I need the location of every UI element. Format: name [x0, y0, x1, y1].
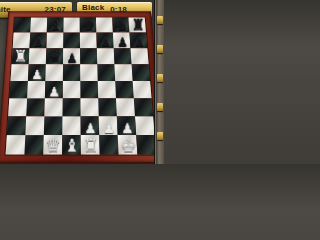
square-f4[interactable]	[98, 81, 116, 98]
square-a1[interactable]	[6, 135, 26, 154]
black-rook-h8[interactable]: ♜	[131, 17, 145, 33]
square-c3[interactable]	[44, 98, 62, 116]
square-e2[interactable]: ♟	[81, 116, 100, 135]
square-e3[interactable]	[80, 98, 98, 116]
square-e6[interactable]	[80, 48, 97, 64]
square-e1[interactable]: ♜	[81, 135, 100, 154]
black-pawn-g7[interactable]: ♟	[116, 36, 127, 48]
side-panel-button[interactable]	[157, 132, 163, 140]
square-b7[interactable]: ♟	[29, 33, 46, 49]
square-f6[interactable]	[97, 48, 115, 64]
square-d3[interactable]	[62, 98, 80, 116]
square-d5[interactable]	[63, 64, 80, 81]
square-g5[interactable]	[114, 64, 132, 81]
square-a6[interactable]: ♜	[12, 48, 30, 64]
side-panel-button[interactable]	[157, 74, 163, 82]
black-knight-g8[interactable]: ♞	[114, 17, 128, 33]
square-c8[interactable]: ♝	[47, 18, 64, 33]
square-h7[interactable]: ♟	[129, 33, 147, 49]
white-queen-c1[interactable]: ♛	[45, 137, 61, 155]
square-h5[interactable]	[132, 64, 151, 81]
square-f7[interactable]: ♟	[96, 33, 113, 49]
square-c5[interactable]	[45, 64, 63, 81]
white-pawn-e2[interactable]: ♟	[84, 121, 96, 135]
square-a8[interactable]	[14, 18, 31, 33]
square-a2[interactable]	[7, 116, 26, 135]
white-pawn-b5[interactable]: ♟	[31, 68, 43, 81]
square-e4[interactable]	[80, 81, 98, 98]
white-pawn-g2[interactable]: ♟	[121, 121, 133, 135]
square-h4[interactable]	[133, 81, 152, 98]
black-pawn-f7[interactable]: ♟	[100, 36, 111, 48]
board-frame: ♝♚♞♜♟♟♟♟♜♛♟♟♟♟♟♟♛♝♜♚	[0, 11, 164, 163]
black-pawn-b7[interactable]: ♟	[32, 36, 43, 48]
white-rook-e1[interactable]: ♜	[82, 137, 98, 155]
square-d2[interactable]	[62, 116, 80, 135]
black-pawn-h7[interactable]: ♟	[133, 36, 144, 48]
square-d8[interactable]	[63, 18, 80, 33]
side-panel-button[interactable]	[157, 103, 163, 111]
square-e8[interactable]: ♚	[80, 18, 97, 33]
white-king-g1[interactable]: ♚	[120, 137, 136, 155]
square-g6[interactable]	[114, 48, 132, 64]
square-g2[interactable]: ♟	[117, 116, 136, 135]
square-h8[interactable]: ♜	[128, 18, 146, 33]
square-e5[interactable]	[80, 64, 98, 81]
chess-board[interactable]: ♝♚♞♜♟♟♟♟♜♛♟♟♟♟♟♟♛♝♜♚	[6, 18, 157, 155]
square-b3[interactable]	[26, 98, 45, 116]
square-b5[interactable]: ♟	[28, 64, 46, 81]
square-b2[interactable]	[25, 116, 44, 135]
white-pawn-c4[interactable]: ♟	[48, 85, 60, 98]
square-c2[interactable]	[44, 116, 63, 135]
square-d1[interactable]: ♝	[62, 135, 81, 154]
square-g8[interactable]: ♞	[112, 18, 129, 33]
square-d4[interactable]	[63, 81, 81, 98]
board-tilt: ♝♚♞♜♟♟♟♟♜♛♟♟♟♟♟♟♛♝♜♚	[0, 11, 164, 163]
square-c4[interactable]: ♟	[45, 81, 63, 98]
black-king-e8[interactable]: ♚	[81, 17, 95, 33]
square-d7[interactable]	[63, 33, 80, 49]
square-h6[interactable]	[130, 48, 148, 64]
square-g3[interactable]	[116, 98, 135, 116]
square-f1[interactable]	[99, 135, 118, 154]
square-a3[interactable]	[8, 98, 27, 116]
square-e7[interactable]	[80, 33, 97, 49]
square-g1[interactable]: ♚	[118, 135, 138, 154]
side-panel-button[interactable]	[157, 16, 163, 24]
black-bishop-c8[interactable]: ♝	[48, 17, 62, 33]
square-c6[interactable]: ♛	[46, 48, 63, 64]
white-rook-a6[interactable]: ♜	[13, 48, 28, 64]
square-a5[interactable]	[10, 64, 28, 81]
square-f3[interactable]	[98, 98, 117, 116]
square-b8[interactable]	[30, 18, 47, 33]
square-g7[interactable]: ♟	[113, 33, 131, 49]
square-b6[interactable]	[29, 48, 47, 64]
square-d6[interactable]: ♟	[63, 48, 80, 64]
side-panel-strip	[154, 0, 164, 164]
square-b1[interactable]	[24, 135, 43, 154]
black-queen-c6[interactable]: ♛	[47, 48, 62, 64]
square-h3[interactable]	[134, 98, 153, 116]
square-b4[interactable]	[27, 81, 45, 98]
white-bishop-d1[interactable]: ♝	[64, 137, 80, 155]
square-h2[interactable]	[135, 116, 155, 135]
black-pawn-d6[interactable]: ♟	[66, 52, 77, 65]
board-scene: ♝♚♞♜♟♟♟♟♜♛♟♟♟♟♟♟♛♝♜♚	[0, 18, 164, 164]
square-a4[interactable]	[9, 81, 28, 98]
white-pawn-f2[interactable]: ♟	[102, 121, 114, 135]
square-g4[interactable]	[115, 81, 134, 98]
square-c1[interactable]: ♛	[43, 135, 62, 154]
square-f2[interactable]: ♟	[99, 116, 118, 135]
square-f5[interactable]	[97, 64, 115, 81]
square-f8[interactable]	[96, 18, 113, 33]
side-panel-button[interactable]	[157, 45, 163, 53]
